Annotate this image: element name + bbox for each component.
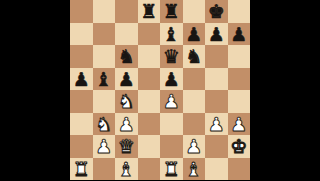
piece-black-king[interactable]: ♚ — [208, 0, 225, 22]
square-g4[interactable] — [205, 90, 228, 113]
piece-black-knight[interactable]: ♞ — [118, 45, 135, 67]
square-h8[interactable] — [228, 0, 251, 23]
square-e7[interactable]: ♝ — [160, 23, 183, 46]
square-f8[interactable] — [183, 0, 206, 23]
square-e8[interactable]: ♜ — [160, 0, 183, 23]
square-e5[interactable]: ♟ — [160, 68, 183, 91]
square-e1[interactable]: ♜ — [160, 158, 183, 181]
piece-white-knight[interactable]: ♞ — [95, 113, 112, 135]
square-f6[interactable]: ♞ — [183, 45, 206, 68]
square-a3[interactable] — [70, 113, 93, 136]
square-d4[interactable] — [138, 90, 161, 113]
square-d7[interactable] — [138, 23, 161, 46]
square-c3[interactable]: ♟ — [115, 113, 138, 136]
square-e6[interactable]: ♛ — [160, 45, 183, 68]
square-b2[interactable]: ♟ — [93, 135, 116, 158]
square-f1[interactable]: ♝ — [183, 158, 206, 181]
piece-black-pawn[interactable]: ♟ — [73, 68, 90, 90]
square-h5[interactable] — [228, 68, 251, 91]
piece-black-rook[interactable]: ♜ — [140, 0, 157, 22]
piece-white-rook[interactable]: ♜ — [163, 158, 180, 180]
square-c2[interactable]: ♛ — [115, 135, 138, 158]
square-g7[interactable]: ♟ — [205, 23, 228, 46]
piece-black-pawn[interactable]: ♟ — [118, 68, 135, 90]
piece-white-queen[interactable]: ♛ — [118, 135, 135, 157]
square-a7[interactable] — [70, 23, 93, 46]
square-b6[interactable] — [93, 45, 116, 68]
piece-white-pawn[interactable]: ♟ — [185, 135, 202, 157]
square-b4[interactable] — [93, 90, 116, 113]
square-h7[interactable]: ♟ — [228, 23, 251, 46]
piece-white-bishop[interactable]: ♝ — [185, 158, 202, 180]
square-b7[interactable] — [93, 23, 116, 46]
square-d6[interactable] — [138, 45, 161, 68]
piece-black-bishop[interactable]: ♝ — [163, 23, 180, 45]
square-h1[interactable] — [228, 158, 251, 181]
square-a2[interactable] — [70, 135, 93, 158]
square-e3[interactable] — [160, 113, 183, 136]
square-c5[interactable]: ♟ — [115, 68, 138, 91]
square-b3[interactable]: ♞ — [93, 113, 116, 136]
square-e4[interactable]: ♟ — [160, 90, 183, 113]
square-a8[interactable] — [70, 0, 93, 23]
square-g8[interactable]: ♚ — [205, 0, 228, 23]
square-g5[interactable] — [205, 68, 228, 91]
square-d8[interactable]: ♜ — [138, 0, 161, 23]
piece-black-bishop[interactable]: ♝ — [95, 68, 112, 90]
chess-board: ♜♜♚♝♟♟♟♞♛♞♟♝♟♟♞♟♞♟♟♟♟♛♟♚♜♝♜♝ — [70, 0, 250, 180]
square-c1[interactable]: ♝ — [115, 158, 138, 181]
square-d3[interactable] — [138, 113, 161, 136]
square-h3[interactable]: ♟ — [228, 113, 251, 136]
piece-black-rook[interactable]: ♜ — [163, 0, 180, 22]
square-b1[interactable] — [93, 158, 116, 181]
square-c6[interactable]: ♞ — [115, 45, 138, 68]
square-d5[interactable] — [138, 68, 161, 91]
square-b8[interactable] — [93, 0, 116, 23]
piece-white-knight[interactable]: ♞ — [118, 90, 135, 112]
square-d2[interactable] — [138, 135, 161, 158]
piece-white-pawn[interactable]: ♟ — [230, 113, 247, 135]
piece-white-pawn[interactable]: ♟ — [118, 113, 135, 135]
square-b5[interactable]: ♝ — [93, 68, 116, 91]
piece-black-queen[interactable]: ♛ — [163, 45, 180, 67]
square-c8[interactable] — [115, 0, 138, 23]
square-f4[interactable] — [183, 90, 206, 113]
square-c4[interactable]: ♞ — [115, 90, 138, 113]
square-h4[interactable] — [228, 90, 251, 113]
piece-black-pawn[interactable]: ♟ — [230, 23, 247, 45]
square-f3[interactable] — [183, 113, 206, 136]
square-h6[interactable] — [228, 45, 251, 68]
square-g2[interactable] — [205, 135, 228, 158]
piece-black-pawn[interactable]: ♟ — [163, 68, 180, 90]
piece-black-knight[interactable]: ♞ — [185, 45, 202, 67]
square-f5[interactable] — [183, 68, 206, 91]
square-f7[interactable]: ♟ — [183, 23, 206, 46]
square-g3[interactable]: ♟ — [205, 113, 228, 136]
square-d1[interactable] — [138, 158, 161, 181]
square-h2[interactable]: ♚ — [228, 135, 251, 158]
square-f2[interactable]: ♟ — [183, 135, 206, 158]
piece-white-pawn[interactable]: ♟ — [95, 135, 112, 157]
square-a5[interactable]: ♟ — [70, 68, 93, 91]
square-g1[interactable] — [205, 158, 228, 181]
piece-black-pawn[interactable]: ♟ — [185, 23, 202, 45]
chess-board-container: ♜♜♚♝♟♟♟♞♛♞♟♝♟♟♞♟♞♟♟♟♟♛♟♚♜♝♜♝ — [70, 0, 250, 180]
square-e2[interactable] — [160, 135, 183, 158]
piece-white-bishop[interactable]: ♝ — [118, 158, 135, 180]
piece-white-rook[interactable]: ♜ — [73, 158, 90, 180]
piece-white-pawn[interactable]: ♟ — [208, 113, 225, 135]
square-a6[interactable] — [70, 45, 93, 68]
piece-black-pawn[interactable]: ♟ — [208, 23, 225, 45]
square-a1[interactable]: ♜ — [70, 158, 93, 181]
square-c7[interactable] — [115, 23, 138, 46]
square-a4[interactable] — [70, 90, 93, 113]
square-g6[interactable] — [205, 45, 228, 68]
piece-white-king[interactable]: ♚ — [230, 135, 247, 157]
piece-white-pawn[interactable]: ♟ — [163, 90, 180, 112]
